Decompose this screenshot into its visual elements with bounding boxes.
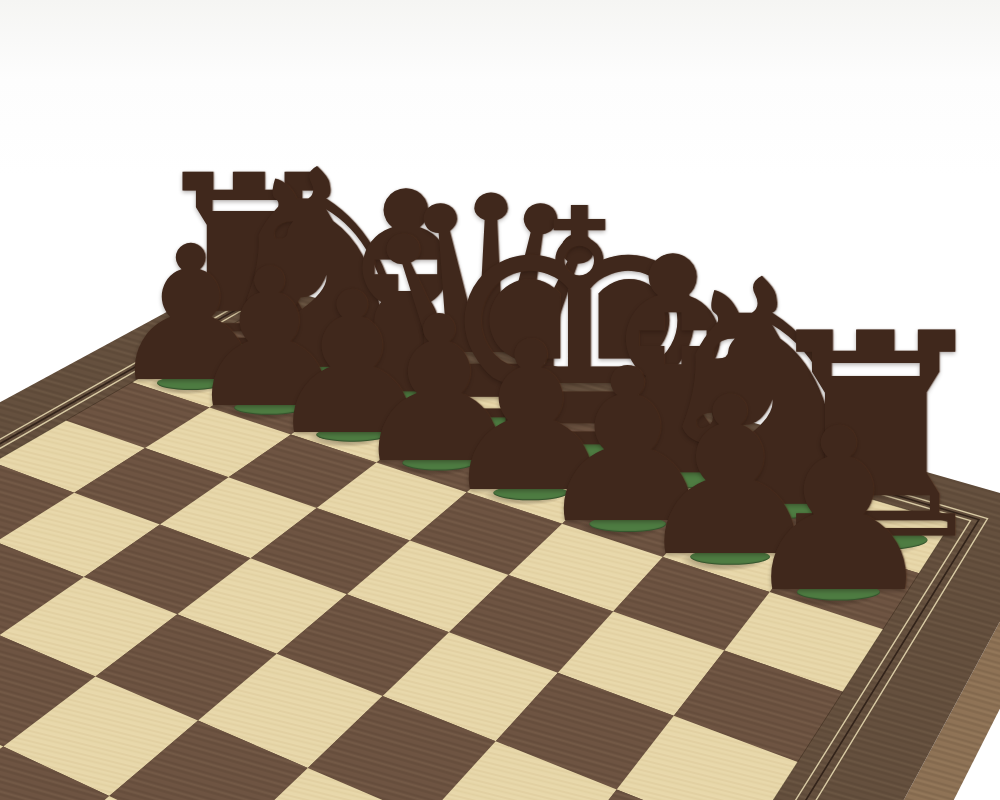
chess-board [0,0,1000,800]
chess-set-product-photo: ♜♞♝♛♚♝♞♜♟♟♟♟♟♟♟♟ [0,0,1000,800]
